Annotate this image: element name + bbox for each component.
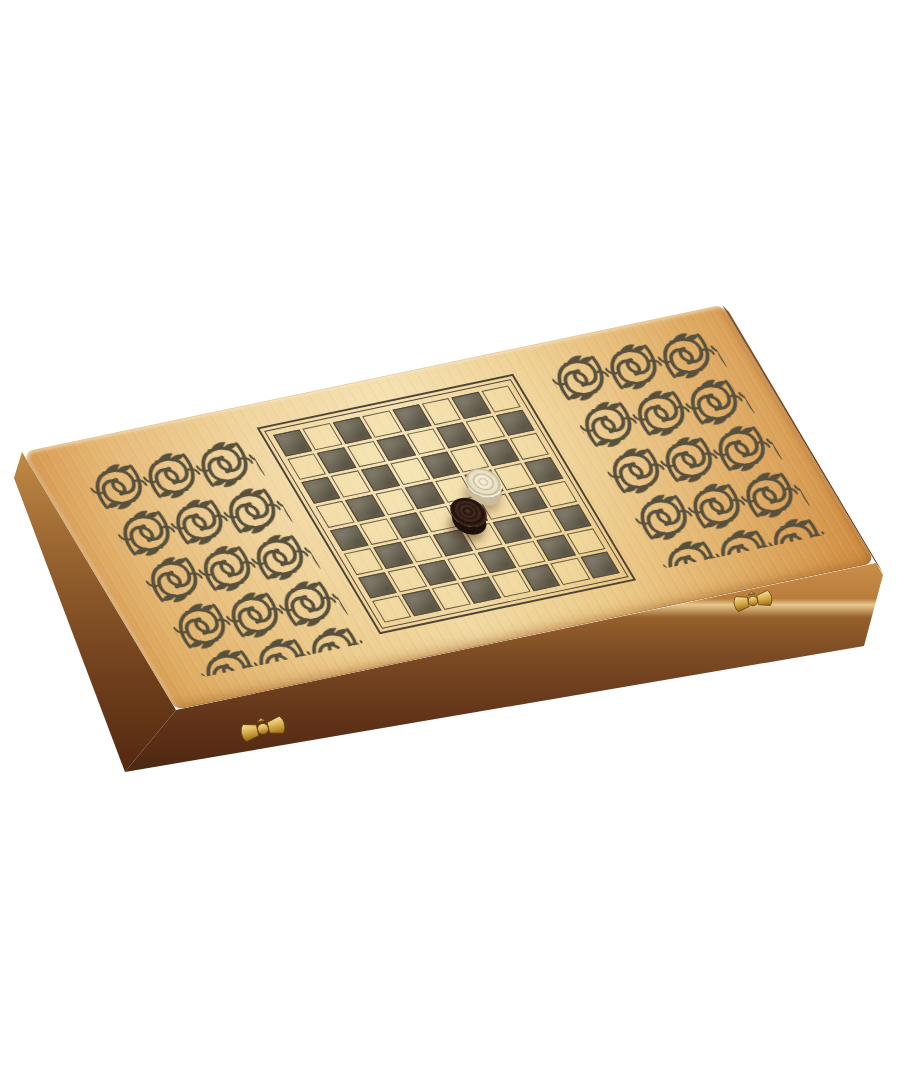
scene xyxy=(0,0,898,1080)
product-photo-canvas: { "scene": { "description": "Angled over… xyxy=(0,0,898,1080)
